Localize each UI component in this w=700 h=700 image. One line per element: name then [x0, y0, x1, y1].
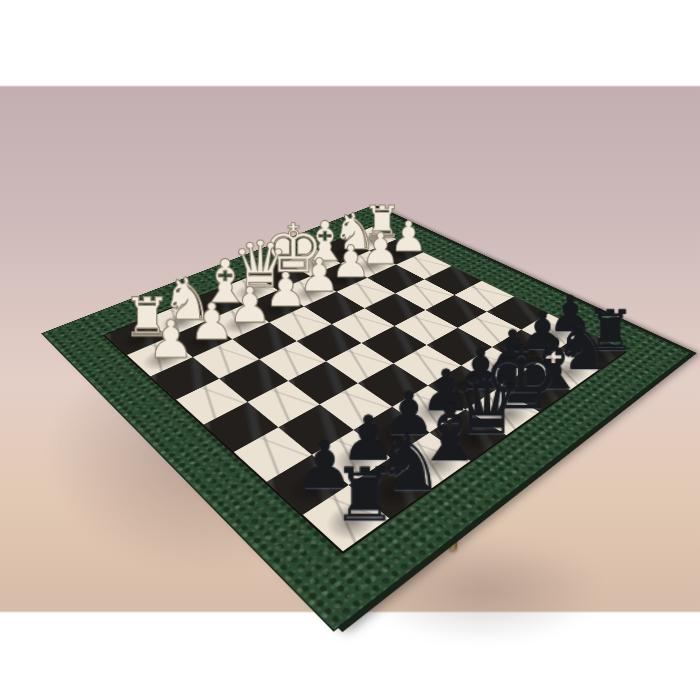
black-rook: ♜	[332, 459, 398, 533]
photo-backdrop: ♜♞♝♛♚♝♞♜♟♟♟♟♟♟♟♟♟♟♟♟♟♟♟♟♜♞♝♛♚♝♞♜	[0, 0, 700, 700]
white-pawn: ♟	[189, 297, 234, 347]
white-pawn: ♟	[148, 314, 195, 366]
white-pawn: ♟	[228, 281, 272, 330]
